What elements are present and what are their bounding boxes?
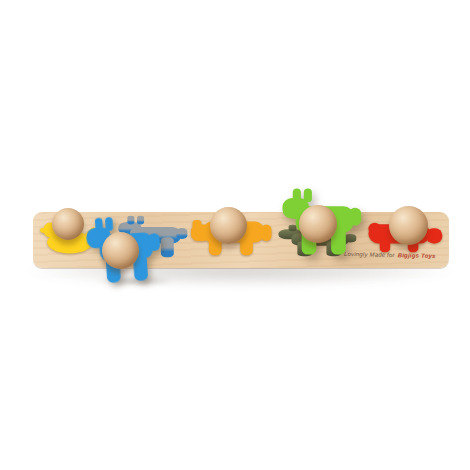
green-horse-peg-handle[interactable] [299, 205, 337, 243]
tagline-prefix: Lovingly Made for [344, 251, 395, 258]
duck-peg-handle[interactable] [52, 208, 84, 240]
puzzle-product-photo: Lovingly Made forBigjigs Toys [0, 0, 470, 470]
blue-horse-peg-handle[interactable] [102, 232, 139, 269]
sheep-peg-handle[interactable] [389, 206, 428, 245]
brand-name: Bigjigs Toys [398, 252, 436, 259]
cow-peg-handle[interactable] [210, 207, 247, 244]
